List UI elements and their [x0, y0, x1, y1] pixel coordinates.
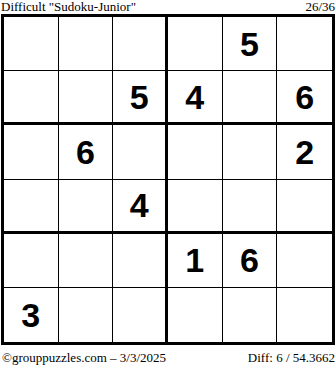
puzzle-page: Difficult "Sudoku-Junior" 26/36 55466241…	[0, 0, 336, 370]
cell-r3c4-empty[interactable]	[168, 125, 223, 179]
cell-r5c3-empty[interactable]	[113, 234, 168, 288]
cell-r6c3-empty[interactable]	[113, 288, 168, 342]
cell-r4c6-empty[interactable]	[277, 180, 332, 234]
cell-r5c4-given-1: 1	[168, 234, 223, 288]
cell-r5c5-given-6: 6	[223, 234, 278, 288]
cell-r6c4-empty[interactable]	[168, 288, 223, 342]
page-title: Difficult "Sudoku-Junior"	[1, 0, 136, 13]
copyright-text: ©grouppuzzles.com – 3/3/2025	[2, 351, 166, 365]
cell-r6c5-empty[interactable]	[223, 288, 278, 342]
cell-r6c6-empty[interactable]	[277, 288, 332, 342]
cell-r3c3-empty[interactable]	[113, 125, 168, 179]
cell-r1c5-given-5: 5	[223, 17, 278, 71]
cell-r1c3-empty[interactable]	[113, 17, 168, 71]
cell-r4c1-empty[interactable]	[4, 180, 59, 234]
cell-r2c6-given-6: 6	[277, 71, 332, 125]
cell-r2c5-empty[interactable]	[223, 71, 278, 125]
cell-r6c2-empty[interactable]	[59, 288, 114, 342]
cell-r3c1-empty[interactable]	[4, 125, 59, 179]
cell-r2c2-empty[interactable]	[59, 71, 114, 125]
cell-r4c2-empty[interactable]	[59, 180, 114, 234]
cell-r2c4-given-4: 4	[168, 71, 223, 125]
cell-r1c6-empty[interactable]	[277, 17, 332, 71]
header: Difficult "Sudoku-Junior" 26/36	[1, 0, 335, 13]
cell-r1c4-empty[interactable]	[168, 17, 223, 71]
sudoku-board: 5546624163	[1, 14, 335, 345]
cell-r2c3-given-5: 5	[113, 71, 168, 125]
cell-r4c3-given-4: 4	[113, 180, 168, 234]
cell-r5c1-empty[interactable]	[4, 234, 59, 288]
footer: ©grouppuzzles.com – 3/3/2025 Diff: 6 / 5…	[2, 351, 335, 365]
cell-r1c1-empty[interactable]	[4, 17, 59, 71]
difficulty-text: Diff: 6 / 54.3662	[248, 351, 335, 365]
cell-r6c1-given-3: 3	[4, 288, 59, 342]
cell-r3c5-empty[interactable]	[223, 125, 278, 179]
cell-r4c4-empty[interactable]	[168, 180, 223, 234]
cell-r3c2-given-6: 6	[59, 125, 114, 179]
cell-r2c1-empty[interactable]	[4, 71, 59, 125]
cell-r5c2-empty[interactable]	[59, 234, 114, 288]
puzzle-counter: 26/36	[305, 0, 335, 13]
cell-r1c2-empty[interactable]	[59, 17, 114, 71]
cell-r5c6-empty[interactable]	[277, 234, 332, 288]
cell-r3c6-given-2: 2	[277, 125, 332, 179]
cell-r4c5-empty[interactable]	[223, 180, 278, 234]
